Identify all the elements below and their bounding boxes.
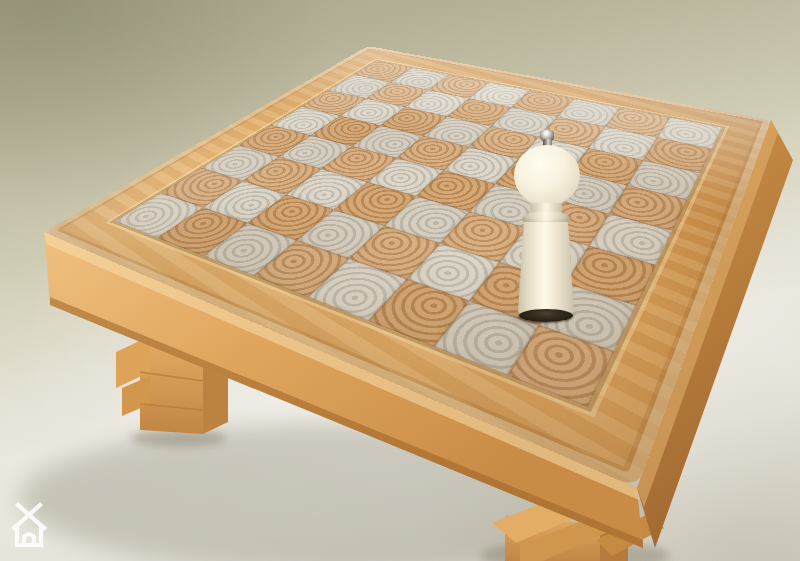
mill-base-ring: [519, 309, 573, 322]
photo-scene: [0, 0, 800, 561]
pepper-mill: [509, 126, 583, 322]
mill-head: [514, 145, 580, 206]
house-icon: [14, 505, 44, 545]
mill-body: [517, 222, 575, 320]
watermark-house-logo: [9, 501, 49, 549]
